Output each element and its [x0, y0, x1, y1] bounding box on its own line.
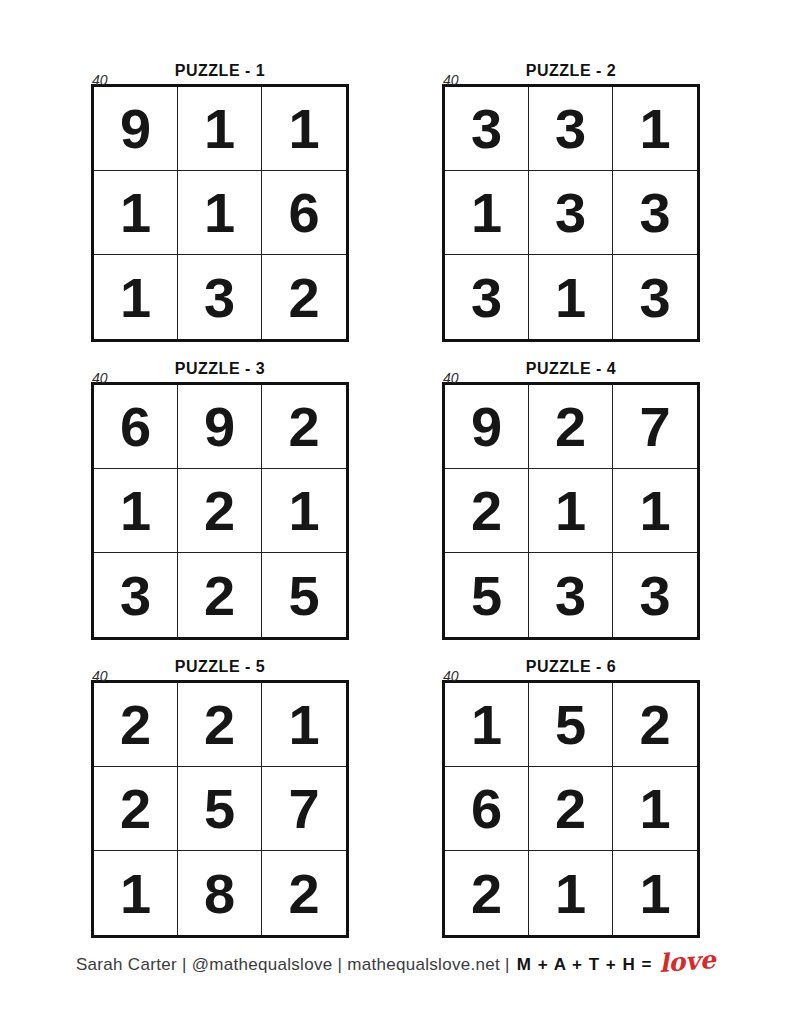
cell-r2c1: 1: [94, 469, 178, 553]
footer-author-handle-website: Sarah Carter | @mathequalslove | mathequ…: [76, 955, 510, 975]
puzzle-3-target-number: 40: [92, 371, 108, 385]
cell-r3c2: 8: [178, 851, 262, 935]
cell-r3c2: 1: [529, 851, 613, 935]
cell-r3c2: 3: [529, 553, 613, 637]
cell-r2c2: 3: [529, 171, 613, 255]
cell-r3c1: 3: [445, 255, 529, 339]
cell-r3c2: 2: [178, 553, 262, 637]
puzzle-2: PUZZLE - 2 40 3 3 1 1 3 3 3 1 3: [442, 62, 700, 342]
puzzle-1-board: 9 1 1 1 1 6 1 3 2: [91, 84, 349, 342]
puzzle-4-target-number: 40: [443, 371, 459, 385]
cell-r1c2: 2: [178, 683, 262, 767]
cell-r3c3: 3: [613, 255, 697, 339]
cell-r2c1: 1: [445, 171, 529, 255]
puzzle-2-target-number: 40: [443, 73, 459, 87]
cell-r2c1: 6: [445, 767, 529, 851]
cell-r2c3: 1: [613, 469, 697, 553]
cell-r1c1: 9: [445, 385, 529, 469]
cell-r3c3: 2: [262, 255, 346, 339]
puzzle-grid-layout: PUZZLE - 1 40 9 1 1 1 1 6 1 3 2 PUZZLE -…: [91, 62, 700, 938]
cell-r2c3: 1: [262, 469, 346, 553]
puzzle-6-header: PUZZLE - 6 40: [442, 658, 700, 680]
puzzle-4-board: 9 2 7 2 1 1 5 3 3: [442, 382, 700, 640]
puzzle-1-title: PUZZLE - 1: [91, 62, 349, 80]
puzzle-5: PUZZLE - 5 40 2 2 1 2 5 7 1 8 2: [91, 658, 349, 938]
puzzle-6: PUZZLE - 6 40 1 5 2 6 2 1 2 1 1: [442, 658, 700, 938]
cell-r1c3: 2: [262, 385, 346, 469]
cell-r3c1: 5: [445, 553, 529, 637]
cell-r3c1: 1: [94, 255, 178, 339]
cell-r3c1: 2: [445, 851, 529, 935]
puzzle-2-title: PUZZLE - 2: [442, 62, 700, 80]
cell-r1c1: 3: [445, 87, 529, 171]
footer-love-script: love: [659, 950, 717, 974]
cell-r3c1: 1: [94, 851, 178, 935]
cell-r3c3: 2: [262, 851, 346, 935]
cell-r1c3: 7: [613, 385, 697, 469]
cell-r2c2: 1: [529, 469, 613, 553]
cell-r3c1: 3: [94, 553, 178, 637]
cell-r2c3: 3: [613, 171, 697, 255]
puzzle-3-board: 6 9 2 1 2 1 3 2 5: [91, 382, 349, 640]
puzzle-1-header: PUZZLE - 1 40: [91, 62, 349, 84]
cell-r2c1: 1: [94, 171, 178, 255]
cell-r1c3: 1: [613, 87, 697, 171]
puzzle-2-board: 3 3 1 1 3 3 3 1 3: [442, 84, 700, 342]
puzzle-5-header: PUZZLE - 5 40: [91, 658, 349, 680]
cell-r3c3: 1: [613, 851, 697, 935]
cell-r3c2: 3: [178, 255, 262, 339]
puzzle-1: PUZZLE - 1 40 9 1 1 1 1 6 1 3 2: [91, 62, 349, 342]
footer-math-equals: M + A + T + H =: [517, 955, 653, 975]
cell-r1c1: 2: [94, 683, 178, 767]
cell-r3c2: 1: [529, 255, 613, 339]
puzzle-1-target-number: 40: [92, 73, 108, 87]
puzzle-3-header: PUZZLE - 3 40: [91, 360, 349, 382]
puzzle-6-target-number: 40: [443, 669, 459, 683]
cell-r3c3: 3: [613, 553, 697, 637]
puzzle-5-title: PUZZLE - 5: [91, 658, 349, 676]
cell-r2c1: 2: [445, 469, 529, 553]
footer-credit: Sarah Carter | @mathequalslove | mathequ…: [0, 952, 792, 975]
cell-r1c3: 1: [262, 683, 346, 767]
cell-r2c3: 7: [262, 767, 346, 851]
cell-r1c1: 9: [94, 87, 178, 171]
puzzle-6-title: PUZZLE - 6: [442, 658, 700, 676]
cell-r1c3: 1: [262, 87, 346, 171]
cell-r1c2: 9: [178, 385, 262, 469]
cell-r1c2: 1: [178, 87, 262, 171]
puzzle-5-board: 2 2 1 2 5 7 1 8 2: [91, 680, 349, 938]
puzzle-6-board: 1 5 2 6 2 1 2 1 1: [442, 680, 700, 938]
puzzle-4-header: PUZZLE - 4 40: [442, 360, 700, 382]
cell-r2c2: 2: [178, 469, 262, 553]
puzzle-2-header: PUZZLE - 2 40: [442, 62, 700, 84]
puzzle-3-title: PUZZLE - 3: [91, 360, 349, 378]
cell-r2c1: 2: [94, 767, 178, 851]
cell-r1c1: 1: [445, 683, 529, 767]
puzzle-5-target-number: 40: [92, 669, 108, 683]
cell-r2c2: 5: [178, 767, 262, 851]
cell-r1c2: 3: [529, 87, 613, 171]
cell-r2c3: 6: [262, 171, 346, 255]
cell-r1c2: 2: [529, 385, 613, 469]
cell-r2c2: 1: [178, 171, 262, 255]
puzzle-4: PUZZLE - 4 40 9 2 7 2 1 1 5 3 3: [442, 360, 700, 640]
worksheet-page: PUZZLE - 1 40 9 1 1 1 1 6 1 3 2 PUZZLE -…: [0, 0, 792, 1024]
cell-r1c1: 6: [94, 385, 178, 469]
cell-r2c2: 2: [529, 767, 613, 851]
cell-r2c3: 1: [613, 767, 697, 851]
puzzle-3: PUZZLE - 3 40 6 9 2 1 2 1 3 2 5: [91, 360, 349, 640]
cell-r1c3: 2: [613, 683, 697, 767]
cell-r3c3: 5: [262, 553, 346, 637]
cell-r1c2: 5: [529, 683, 613, 767]
puzzle-4-title: PUZZLE - 4: [442, 360, 700, 378]
